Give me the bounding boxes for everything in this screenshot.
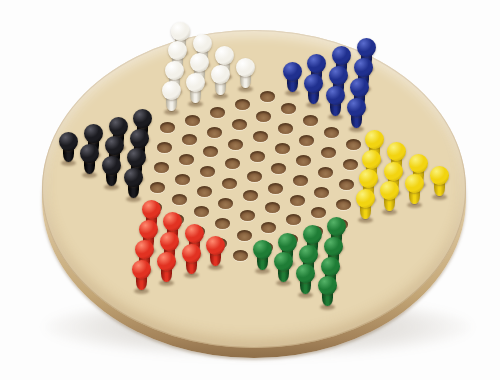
peg-black[interactable] [80,144,99,177]
board-hole[interactable] [343,159,358,170]
board-hole[interactable] [260,91,275,102]
board-hole[interactable] [303,115,318,126]
peg-yellow[interactable] [356,189,375,222]
peg-head [430,166,449,185]
board-hole[interactable] [318,167,333,178]
peg-head [211,65,230,84]
peg-head [365,130,384,149]
board-hole[interactable] [232,119,247,130]
board-hole[interactable] [157,142,172,153]
peg-head [165,61,184,80]
board-hole[interactable] [194,206,209,217]
peg-head [357,38,376,57]
peg-head [190,53,209,72]
peg-green[interactable] [318,276,337,309]
board-hole[interactable] [293,175,308,186]
peg-black[interactable] [102,156,121,189]
peg-head [278,233,297,252]
peg-head [318,276,337,295]
peg-head [124,168,143,187]
board-hole[interactable] [311,207,326,218]
board-hole[interactable] [175,174,190,185]
peg-head [253,240,272,259]
peg-red[interactable] [132,260,151,293]
peg-white[interactable] [162,81,181,114]
peg-head [350,78,369,97]
peg-head [215,46,234,65]
peg-yellow[interactable] [405,174,424,207]
board-lattice [0,0,500,380]
peg-head [109,117,128,136]
peg-head [387,142,406,161]
peg-white[interactable] [211,65,230,98]
board-hole[interactable] [215,218,230,229]
peg-head [283,62,302,81]
peg-head [324,237,343,256]
board-hole[interactable] [210,107,225,118]
peg-head [182,244,201,263]
board-hole[interactable] [179,154,194,165]
board-hole[interactable] [172,194,187,205]
peg-head [236,58,255,77]
peg-head [162,81,181,100]
peg-head [380,181,399,200]
board-hole[interactable] [286,214,301,225]
peg-head [347,98,366,117]
board-hole[interactable] [290,195,305,206]
peg-blue[interactable] [283,62,302,95]
peg-head [326,86,345,105]
peg-head [142,200,161,219]
board-hole[interactable] [154,162,169,173]
peg-head [359,169,378,188]
board-hole[interactable] [299,135,314,146]
board-hole[interactable] [281,103,296,114]
peg-blue[interactable] [347,98,366,131]
peg-yellow[interactable] [430,166,449,199]
board-hole[interactable] [182,134,197,145]
board-hole[interactable] [233,250,248,261]
peg-red[interactable] [206,236,225,269]
peg-head [303,225,322,244]
peg-head [186,73,205,92]
peg-head [127,148,146,167]
board-hole[interactable] [222,178,237,189]
board-hole[interactable] [271,163,286,174]
board-hole[interactable] [243,190,258,201]
peg-head [163,212,182,231]
board-hole[interactable] [339,179,354,190]
peg-blue[interactable] [304,74,323,107]
board-hole[interactable] [200,166,215,177]
board-hole[interactable] [240,210,255,221]
board-hole[interactable] [235,99,250,110]
peg-white[interactable] [186,73,205,106]
peg-head [80,144,99,163]
board-hole[interactable] [228,139,243,150]
peg-black[interactable] [59,132,78,165]
peg-black[interactable] [124,168,143,201]
board-hole[interactable] [265,202,280,213]
peg-head [59,132,78,151]
peg-head [193,34,212,53]
board-hole[interactable] [296,155,311,166]
peg-yellow[interactable] [380,181,399,214]
peg-green[interactable] [274,252,293,285]
board-hole[interactable] [247,171,262,182]
board-hole[interactable] [336,199,351,210]
board-hole[interactable] [250,151,265,162]
peg-head [274,252,293,271]
peg-head [139,220,158,239]
peg-head [135,240,154,259]
peg-head [332,46,351,65]
board-hole[interactable] [207,127,222,138]
board-hole[interactable] [346,139,361,150]
peg-head [157,252,176,271]
board-hole[interactable] [324,127,339,138]
board-hole[interactable] [253,131,268,142]
peg-red[interactable] [182,244,201,277]
peg-head [356,189,375,208]
peg-head [160,232,179,251]
board-hole[interactable] [275,143,290,154]
peg-head [102,156,121,175]
peg-head [321,257,340,276]
peg-head [133,109,152,128]
peg-blue[interactable] [326,86,345,119]
peg-head [105,136,124,155]
board-hole[interactable] [218,198,233,209]
peg-head [168,41,187,60]
peg-head [354,58,373,77]
peg-head [304,74,323,93]
peg-head [130,129,149,148]
board-hole[interactable] [256,111,271,122]
peg-head [206,236,225,255]
board-hole[interactable] [268,183,283,194]
peg-green[interactable] [253,240,272,273]
board-hole[interactable] [278,123,293,134]
peg-head [409,154,428,173]
peg-head [307,54,326,73]
board-hole[interactable] [321,147,336,158]
board-hole[interactable] [185,115,200,126]
board-hole[interactable] [261,222,276,233]
board-hole[interactable] [160,122,175,133]
board-hole[interactable] [225,158,240,169]
peg-head [405,174,424,193]
board-hole[interactable] [203,146,218,157]
peg-head [329,66,348,85]
peg-head [132,260,151,279]
board-hole[interactable] [237,230,252,241]
peg-head [84,124,103,143]
product-photo-scene [0,0,500,380]
board-hole[interactable] [197,186,212,197]
peg-white[interactable] [236,58,255,91]
peg-head [185,224,204,243]
peg-red[interactable] [157,252,176,285]
board-hole[interactable] [150,182,165,193]
peg-head [362,150,381,169]
peg-head [327,217,346,236]
peg-green[interactable] [296,264,315,297]
peg-head [299,245,318,264]
board-hole[interactable] [314,187,329,198]
peg-head [384,162,403,181]
peg-head [296,264,315,283]
peg-head [171,22,190,41]
